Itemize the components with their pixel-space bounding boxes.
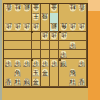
piece-kanji: 桂 [69, 4, 75, 11]
square-4d[interactable]: 歩 [50, 32, 59, 41]
piece-kanji: 飛 [42, 13, 48, 20]
square-3d[interactable]: 歩 [59, 32, 68, 41]
gote-pawn[interactable]: 歩 [41, 32, 49, 40]
piece-kanji: 香 [79, 4, 85, 11]
sente-pawn[interactable]: 歩 [32, 59, 40, 67]
square-8g[interactable]: 歩 [13, 59, 22, 68]
square-8a[interactable]: 桂 [13, 4, 22, 13]
square-6i[interactable]: 金 [32, 77, 41, 86]
square-4g[interactable]: 歩 [50, 59, 59, 68]
piece-kanji: 香 [5, 78, 11, 85]
shogi-app: { "game": "shogi", "position": { "sfen":… [0, 0, 100, 100]
piece-kanji: 桂 [15, 4, 21, 11]
square-7c[interactable]: 歩 [22, 22, 31, 31]
piece-kanji: 角 [15, 69, 21, 76]
square-9e[interactable] [4, 41, 13, 50]
piece-kanji: 玉 [33, 69, 39, 76]
square-2i[interactable]: 桂 [68, 77, 77, 86]
sente-pawn[interactable]: 歩 [5, 59, 13, 67]
gote-gold[interactable]: 金 [50, 4, 58, 12]
piece-kanji: 歩 [79, 60, 85, 67]
piece-kanji: 桂 [15, 78, 21, 85]
piece-stand-panel[interactable] [88, 0, 100, 100]
square-1h[interactable] [77, 68, 86, 77]
sente-lance[interactable]: 香 [78, 78, 86, 86]
piece-kanji: 歩 [51, 60, 57, 67]
square-5g[interactable]: 歩 [41, 59, 50, 68]
square-7h[interactable] [22, 68, 31, 77]
gote-lance[interactable]: 香 [78, 4, 86, 12]
square-1c[interactable]: 歩 [77, 22, 86, 31]
square-1b[interactable] [77, 13, 86, 22]
sente-pawn[interactable]: 歩 [23, 59, 31, 67]
square-7b[interactable] [22, 13, 31, 22]
square-6d[interactable] [32, 32, 41, 41]
gote-lance[interactable]: 香 [5, 4, 13, 12]
piece-kanji: 銀 [24, 78, 30, 85]
square-9d[interactable] [4, 32, 13, 41]
square-1f[interactable] [77, 50, 86, 59]
sente-gold[interactable]: 金 [32, 78, 40, 86]
square-3i[interactable] [59, 77, 68, 86]
square-9b[interactable] [4, 13, 13, 22]
piece-kanji: 歩 [60, 51, 66, 58]
square-3b[interactable] [59, 13, 68, 22]
piece-kanji: 歩 [69, 42, 75, 49]
square-7e[interactable] [22, 41, 31, 50]
square-3e[interactable] [59, 41, 68, 50]
sente-pawn[interactable]: 歩 [60, 50, 68, 58]
piece-kanji: 銀 [60, 60, 66, 67]
square-6a[interactable]: 金 [32, 4, 41, 13]
gote-piece-stand[interactable] [88, 0, 100, 11]
piece-kanji: 歩 [42, 60, 48, 67]
sente-silver[interactable]: 銀 [23, 78, 31, 86]
square-2f[interactable] [68, 50, 77, 59]
gote-knight[interactable]: 桂 [69, 4, 77, 12]
square-6e[interactable] [32, 41, 41, 50]
gote-pawn[interactable]: 歩 [14, 23, 22, 31]
piece-kanji: 王 [33, 13, 39, 20]
gote-gold[interactable]: 金 [32, 4, 40, 12]
square-8i[interactable]: 桂 [13, 77, 22, 86]
gote-pawn[interactable]: 歩 [69, 23, 77, 31]
sente-rook[interactable]: 飛 [69, 68, 77, 76]
gote-knight[interactable]: 桂 [14, 4, 22, 12]
square-6c[interactable]: 歩 [32, 22, 41, 31]
square-9h[interactable] [4, 68, 13, 77]
square-7f[interactable] [22, 50, 31, 59]
square-1g[interactable]: 歩 [77, 59, 86, 68]
square-5h[interactable]: 金 [41, 68, 50, 77]
sente-lance[interactable]: 香 [5, 78, 13, 86]
square-6h[interactable]: 玉 [32, 68, 41, 77]
square-5d[interactable]: 歩 [41, 32, 50, 41]
sente-pawn[interactable]: 歩 [41, 59, 49, 67]
square-9c[interactable]: 歩 [4, 22, 13, 31]
square-8h[interactable]: 角 [13, 68, 22, 77]
square-6b[interactable]: 王 [32, 13, 41, 22]
sente-pawn[interactable]: 歩 [50, 59, 58, 67]
piece-kanji: 金 [33, 78, 39, 85]
square-7d[interactable] [22, 32, 31, 41]
hoshi-dot [31, 59, 32, 60]
gote-pawn[interactable]: 歩 [50, 32, 58, 40]
piece-kanji: 歩 [69, 23, 75, 30]
square-9a[interactable]: 香 [4, 4, 13, 13]
piece-kanji: 飛 [69, 69, 75, 76]
sente-pawn[interactable]: 歩 [14, 59, 22, 67]
square-7i[interactable]: 銀 [22, 77, 31, 86]
square-2b[interactable] [68, 13, 77, 22]
square-7a[interactable]: 銀 [22, 4, 31, 13]
gote-silver[interactable]: 銀 [50, 23, 58, 31]
piece-kanji: 歩 [5, 23, 11, 30]
piece-kanji: 歩 [60, 32, 66, 39]
piece-kanji: 歩 [15, 60, 21, 67]
sente-gold[interactable]: 金 [41, 68, 49, 76]
gote-pawn[interactable]: 歩 [5, 23, 13, 31]
gote-king[interactable]: 王 [32, 13, 40, 21]
square-2a[interactable]: 桂 [68, 4, 77, 13]
square-9f[interactable] [4, 50, 13, 59]
gote-rook[interactable]: 飛 [41, 13, 49, 21]
square-8b[interactable] [13, 13, 22, 22]
square-3c[interactable]: 角 [59, 22, 68, 31]
square-5e[interactable] [41, 41, 50, 50]
square-1d[interactable] [77, 32, 86, 41]
square-1a[interactable]: 香 [77, 4, 86, 13]
square-2c[interactable]: 歩 [68, 22, 77, 31]
piece-kanji: 歩 [24, 23, 30, 30]
square-4f[interactable] [50, 50, 59, 59]
gote-pawn[interactable]: 歩 [60, 32, 68, 40]
piece-kanji: 歩 [33, 60, 39, 67]
square-3f[interactable]: 歩 [59, 50, 68, 59]
piece-kanji: 歩 [33, 23, 39, 30]
square-8c[interactable]: 歩 [13, 22, 22, 31]
square-2d[interactable] [68, 32, 77, 41]
piece-kanji: 歩 [51, 32, 57, 39]
piece-kanji: 歩 [5, 60, 11, 67]
hoshi-dot [31, 31, 32, 32]
sente-pawn[interactable]: 歩 [69, 41, 77, 49]
sente-knight[interactable]: 桂 [69, 78, 77, 86]
square-4b[interactable] [50, 13, 59, 22]
square-9g[interactable]: 歩 [4, 59, 13, 68]
shogi-board[interactable]: 香桂銀金金桂香王飛歩歩歩歩銀角歩歩歩歩歩歩歩歩歩歩歩歩歩銀歩角玉金飛香桂銀金桂香 [3, 3, 88, 88]
piece-kanji: 歩 [42, 32, 48, 39]
square-2h[interactable]: 飛 [68, 68, 77, 77]
square-4e[interactable] [50, 41, 59, 50]
sente-king[interactable]: 玉 [32, 68, 40, 76]
sente-bishop[interactable]: 角 [14, 68, 22, 76]
gote-pawn[interactable]: 歩 [23, 23, 31, 31]
gote-silver[interactable]: 銀 [23, 4, 31, 12]
gote-bishop[interactable]: 角 [60, 23, 68, 31]
sente-pawn[interactable]: 歩 [78, 59, 86, 67]
piece-kanji: 金 [51, 4, 57, 11]
square-4c[interactable]: 銀 [50, 22, 59, 31]
square-2g[interactable] [68, 59, 77, 68]
square-3h[interactable] [59, 68, 68, 77]
square-8e[interactable] [13, 41, 22, 50]
piece-kanji: 銀 [51, 23, 57, 30]
square-8f[interactable] [13, 50, 22, 59]
hoshi-dot [59, 31, 60, 32]
square-3a[interactable] [59, 4, 68, 13]
piece-kanji: 歩 [79, 23, 85, 30]
square-9i[interactable]: 香 [4, 77, 13, 86]
square-8d[interactable] [13, 32, 22, 41]
piece-kanji: 香 [5, 4, 11, 11]
square-5a[interactable] [41, 4, 50, 13]
square-6g[interactable]: 歩 [32, 59, 41, 68]
square-4i[interactable] [50, 77, 59, 86]
square-7g[interactable]: 歩 [22, 59, 31, 68]
piece-kanji: 歩 [15, 23, 21, 30]
square-6f[interactable] [32, 50, 41, 59]
gote-pawn[interactable]: 歩 [32, 23, 40, 31]
piece-kanji: 角 [60, 23, 66, 30]
square-2e[interactable]: 歩 [68, 41, 77, 50]
piece-kanji: 金 [33, 4, 39, 11]
square-1e[interactable] [77, 41, 86, 50]
hoshi-dot [59, 59, 60, 60]
piece-kanji: 桂 [69, 78, 75, 85]
piece-kanji: 歩 [24, 60, 30, 67]
piece-kanji: 金 [42, 69, 48, 76]
square-1i[interactable]: 香 [77, 77, 86, 86]
square-4h[interactable] [50, 68, 59, 77]
square-5b[interactable]: 飛 [41, 13, 50, 22]
gote-pawn[interactable]: 歩 [78, 23, 86, 31]
square-4a[interactable]: 金 [50, 4, 59, 13]
sente-knight[interactable]: 桂 [14, 78, 22, 86]
square-5f[interactable] [41, 50, 50, 59]
piece-kanji: 銀 [24, 4, 30, 11]
square-5i[interactable] [41, 77, 50, 86]
square-5c[interactable] [41, 22, 50, 31]
piece-kanji: 香 [79, 78, 85, 85]
